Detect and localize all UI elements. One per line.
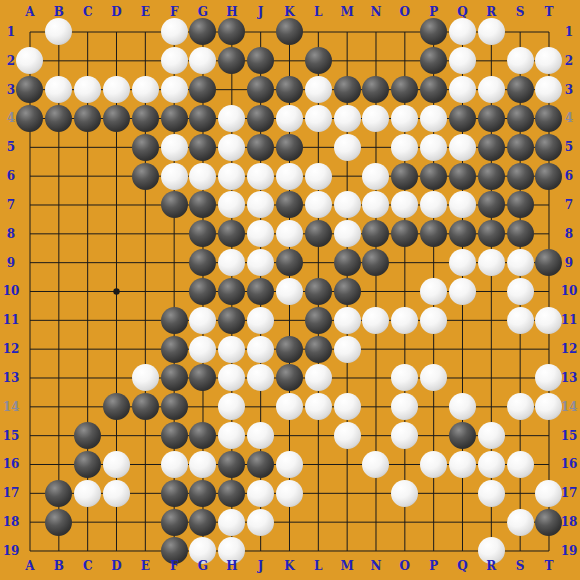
intersection-O9[interactable] <box>390 248 419 277</box>
intersection-Q11[interactable] <box>448 306 477 335</box>
intersection-B18[interactable] <box>44 508 73 537</box>
intersection-P15[interactable] <box>419 421 448 450</box>
intersection-F6[interactable] <box>160 162 189 191</box>
intersection-S18[interactable] <box>506 508 535 537</box>
intersection-C2[interactable] <box>73 46 102 75</box>
intersection-D18[interactable] <box>102 508 131 537</box>
intersection-D12[interactable] <box>102 335 131 364</box>
intersection-H1[interactable] <box>217 18 246 47</box>
intersection-T7[interactable] <box>534 191 563 220</box>
intersection-K18[interactable] <box>275 508 304 537</box>
intersection-D5[interactable] <box>102 133 131 162</box>
intersection-F3[interactable] <box>160 75 189 104</box>
intersection-O5[interactable] <box>390 133 419 162</box>
intersection-P10[interactable] <box>419 277 448 306</box>
go-board-grid[interactable] <box>16 18 564 566</box>
intersection-R14[interactable] <box>477 392 506 421</box>
intersection-J8[interactable] <box>246 219 275 248</box>
intersection-B10[interactable] <box>44 277 73 306</box>
intersection-K5[interactable] <box>275 133 304 162</box>
intersection-L2[interactable] <box>304 46 333 75</box>
intersection-T4[interactable] <box>534 104 563 133</box>
intersection-S10[interactable] <box>506 277 535 306</box>
intersection-D13[interactable] <box>102 364 131 393</box>
intersection-M10[interactable] <box>333 277 362 306</box>
intersection-J1[interactable] <box>246 18 275 47</box>
intersection-K3[interactable] <box>275 75 304 104</box>
intersection-J4[interactable] <box>246 104 275 133</box>
intersection-S17[interactable] <box>506 479 535 508</box>
intersection-H8[interactable] <box>217 219 246 248</box>
intersection-L11[interactable] <box>304 306 333 335</box>
intersection-E11[interactable] <box>131 306 160 335</box>
intersection-Q15[interactable] <box>448 421 477 450</box>
intersection-F2[interactable] <box>160 46 189 75</box>
intersection-J12[interactable] <box>246 335 275 364</box>
intersection-E18[interactable] <box>131 508 160 537</box>
intersection-L6[interactable] <box>304 162 333 191</box>
intersection-F17[interactable] <box>160 479 189 508</box>
intersection-M12[interactable] <box>333 335 362 364</box>
intersection-C13[interactable] <box>73 364 102 393</box>
intersection-R8[interactable] <box>477 219 506 248</box>
intersection-R4[interactable] <box>477 104 506 133</box>
intersection-R1[interactable] <box>477 18 506 47</box>
intersection-L14[interactable] <box>304 392 333 421</box>
intersection-K14[interactable] <box>275 392 304 421</box>
intersection-A14[interactable] <box>16 392 45 421</box>
intersection-P8[interactable] <box>419 219 448 248</box>
intersection-P5[interactable] <box>419 133 448 162</box>
intersection-M9[interactable] <box>333 248 362 277</box>
intersection-L1[interactable] <box>304 18 333 47</box>
intersection-E3[interactable] <box>131 75 160 104</box>
intersection-S13[interactable] <box>506 364 535 393</box>
intersection-F8[interactable] <box>160 219 189 248</box>
intersection-H15[interactable] <box>217 421 246 450</box>
intersection-B13[interactable] <box>44 364 73 393</box>
intersection-O18[interactable] <box>390 508 419 537</box>
intersection-A18[interactable] <box>16 508 45 537</box>
intersection-B11[interactable] <box>44 306 73 335</box>
intersection-N6[interactable] <box>362 162 391 191</box>
intersection-R10[interactable] <box>477 277 506 306</box>
intersection-J18[interactable] <box>246 508 275 537</box>
intersection-B6[interactable] <box>44 162 73 191</box>
intersection-G7[interactable] <box>189 191 218 220</box>
intersection-N8[interactable] <box>362 219 391 248</box>
intersection-P12[interactable] <box>419 335 448 364</box>
intersection-B8[interactable] <box>44 219 73 248</box>
intersection-G9[interactable] <box>189 248 218 277</box>
intersection-Q14[interactable] <box>448 392 477 421</box>
intersection-A17[interactable] <box>16 479 45 508</box>
intersection-T17[interactable] <box>534 479 563 508</box>
intersection-P4[interactable] <box>419 104 448 133</box>
intersection-J14[interactable] <box>246 392 275 421</box>
intersection-O3[interactable] <box>390 75 419 104</box>
intersection-H6[interactable] <box>217 162 246 191</box>
intersection-J3[interactable] <box>246 75 275 104</box>
intersection-O1[interactable] <box>390 18 419 47</box>
intersection-D1[interactable] <box>102 18 131 47</box>
intersection-P14[interactable] <box>419 392 448 421</box>
intersection-M3[interactable] <box>333 75 362 104</box>
intersection-N4[interactable] <box>362 104 391 133</box>
intersection-L17[interactable] <box>304 479 333 508</box>
intersection-M17[interactable] <box>333 479 362 508</box>
intersection-N7[interactable] <box>362 191 391 220</box>
intersection-J11[interactable] <box>246 306 275 335</box>
intersection-F1[interactable] <box>160 18 189 47</box>
intersection-J2[interactable] <box>246 46 275 75</box>
intersection-D11[interactable] <box>102 306 131 335</box>
intersection-N13[interactable] <box>362 364 391 393</box>
intersection-E8[interactable] <box>131 219 160 248</box>
intersection-R15[interactable] <box>477 421 506 450</box>
intersection-Q9[interactable] <box>448 248 477 277</box>
intersection-H5[interactable] <box>217 133 246 162</box>
intersection-D6[interactable] <box>102 162 131 191</box>
intersection-K2[interactable] <box>275 46 304 75</box>
intersection-T8[interactable] <box>534 219 563 248</box>
intersection-C15[interactable] <box>73 421 102 450</box>
intersection-O10[interactable] <box>390 277 419 306</box>
intersection-G1[interactable] <box>189 18 218 47</box>
intersection-N12[interactable] <box>362 335 391 364</box>
intersection-D7[interactable] <box>102 191 131 220</box>
intersection-T5[interactable] <box>534 133 563 162</box>
intersection-A7[interactable] <box>16 191 45 220</box>
intersection-C9[interactable] <box>73 248 102 277</box>
intersection-C5[interactable] <box>73 133 102 162</box>
intersection-S4[interactable] <box>506 104 535 133</box>
intersection-F10[interactable] <box>160 277 189 306</box>
intersection-T12[interactable] <box>534 335 563 364</box>
intersection-C16[interactable] <box>73 450 102 479</box>
intersection-L13[interactable] <box>304 364 333 393</box>
intersection-G18[interactable] <box>189 508 218 537</box>
intersection-P18[interactable] <box>419 508 448 537</box>
intersection-J13[interactable] <box>246 364 275 393</box>
intersection-L4[interactable] <box>304 104 333 133</box>
intersection-D8[interactable] <box>102 219 131 248</box>
intersection-B17[interactable] <box>44 479 73 508</box>
intersection-S6[interactable] <box>506 162 535 191</box>
intersection-J15[interactable] <box>246 421 275 450</box>
intersection-C17[interactable] <box>73 479 102 508</box>
intersection-R6[interactable] <box>477 162 506 191</box>
intersection-S5[interactable] <box>506 133 535 162</box>
intersection-O8[interactable] <box>390 219 419 248</box>
intersection-R11[interactable] <box>477 306 506 335</box>
intersection-H17[interactable] <box>217 479 246 508</box>
intersection-D3[interactable] <box>102 75 131 104</box>
intersection-B16[interactable] <box>44 450 73 479</box>
intersection-M18[interactable] <box>333 508 362 537</box>
intersection-A12[interactable] <box>16 335 45 364</box>
intersection-T6[interactable] <box>534 162 563 191</box>
intersection-H14[interactable] <box>217 392 246 421</box>
intersection-R12[interactable] <box>477 335 506 364</box>
intersection-O12[interactable] <box>390 335 419 364</box>
intersection-G14[interactable] <box>189 392 218 421</box>
intersection-E6[interactable] <box>131 162 160 191</box>
intersection-S2[interactable] <box>506 46 535 75</box>
intersection-T15[interactable] <box>534 421 563 450</box>
intersection-T9[interactable] <box>534 248 563 277</box>
intersection-D14[interactable] <box>102 392 131 421</box>
intersection-E1[interactable] <box>131 18 160 47</box>
intersection-G10[interactable] <box>189 277 218 306</box>
intersection-S16[interactable] <box>506 450 535 479</box>
intersection-P17[interactable] <box>419 479 448 508</box>
intersection-L3[interactable] <box>304 75 333 104</box>
intersection-P2[interactable] <box>419 46 448 75</box>
intersection-H2[interactable] <box>217 46 246 75</box>
intersection-F15[interactable] <box>160 421 189 450</box>
intersection-C6[interactable] <box>73 162 102 191</box>
intersection-Q13[interactable] <box>448 364 477 393</box>
intersection-G8[interactable] <box>189 219 218 248</box>
intersection-Q6[interactable] <box>448 162 477 191</box>
intersection-H10[interactable] <box>217 277 246 306</box>
intersection-F13[interactable] <box>160 364 189 393</box>
intersection-N2[interactable] <box>362 46 391 75</box>
intersection-H4[interactable] <box>217 104 246 133</box>
intersection-P6[interactable] <box>419 162 448 191</box>
intersection-L10[interactable] <box>304 277 333 306</box>
intersection-A4[interactable] <box>16 104 45 133</box>
intersection-R16[interactable] <box>477 450 506 479</box>
intersection-A15[interactable] <box>16 421 45 450</box>
intersection-F9[interactable] <box>160 248 189 277</box>
intersection-D16[interactable] <box>102 450 131 479</box>
intersection-D2[interactable] <box>102 46 131 75</box>
intersection-L16[interactable] <box>304 450 333 479</box>
intersection-B12[interactable] <box>44 335 73 364</box>
intersection-C18[interactable] <box>73 508 102 537</box>
intersection-H7[interactable] <box>217 191 246 220</box>
intersection-S14[interactable] <box>506 392 535 421</box>
intersection-G2[interactable] <box>189 46 218 75</box>
intersection-G4[interactable] <box>189 104 218 133</box>
intersection-N14[interactable] <box>362 392 391 421</box>
intersection-F14[interactable] <box>160 392 189 421</box>
intersection-G13[interactable] <box>189 364 218 393</box>
intersection-Q7[interactable] <box>448 191 477 220</box>
intersection-Q16[interactable] <box>448 450 477 479</box>
intersection-J9[interactable] <box>246 248 275 277</box>
intersection-Q4[interactable] <box>448 104 477 133</box>
intersection-N11[interactable] <box>362 306 391 335</box>
intersection-T3[interactable] <box>534 75 563 104</box>
intersection-H13[interactable] <box>217 364 246 393</box>
intersection-L9[interactable] <box>304 248 333 277</box>
intersection-O13[interactable] <box>390 364 419 393</box>
intersection-R5[interactable] <box>477 133 506 162</box>
intersection-E14[interactable] <box>131 392 160 421</box>
intersection-K15[interactable] <box>275 421 304 450</box>
intersection-H3[interactable] <box>217 75 246 104</box>
intersection-D15[interactable] <box>102 421 131 450</box>
intersection-E10[interactable] <box>131 277 160 306</box>
intersection-B3[interactable] <box>44 75 73 104</box>
intersection-M5[interactable] <box>333 133 362 162</box>
intersection-G12[interactable] <box>189 335 218 364</box>
intersection-R13[interactable] <box>477 364 506 393</box>
intersection-P9[interactable] <box>419 248 448 277</box>
intersection-Q1[interactable] <box>448 18 477 47</box>
intersection-K4[interactable] <box>275 104 304 133</box>
intersection-J16[interactable] <box>246 450 275 479</box>
intersection-G15[interactable] <box>189 421 218 450</box>
intersection-K7[interactable] <box>275 191 304 220</box>
intersection-T18[interactable] <box>534 508 563 537</box>
intersection-R17[interactable] <box>477 479 506 508</box>
intersection-O2[interactable] <box>390 46 419 75</box>
intersection-D4[interactable] <box>102 104 131 133</box>
intersection-S7[interactable] <box>506 191 535 220</box>
intersection-F11[interactable] <box>160 306 189 335</box>
intersection-J5[interactable] <box>246 133 275 162</box>
intersection-F18[interactable] <box>160 508 189 537</box>
intersection-K17[interactable] <box>275 479 304 508</box>
intersection-K10[interactable] <box>275 277 304 306</box>
intersection-N10[interactable] <box>362 277 391 306</box>
intersection-G3[interactable] <box>189 75 218 104</box>
intersection-M4[interactable] <box>333 104 362 133</box>
intersection-B4[interactable] <box>44 104 73 133</box>
intersection-G17[interactable] <box>189 479 218 508</box>
intersection-C4[interactable] <box>73 104 102 133</box>
intersection-N9[interactable] <box>362 248 391 277</box>
intersection-N16[interactable] <box>362 450 391 479</box>
intersection-O16[interactable] <box>390 450 419 479</box>
intersection-O15[interactable] <box>390 421 419 450</box>
intersection-M7[interactable] <box>333 191 362 220</box>
intersection-F16[interactable] <box>160 450 189 479</box>
intersection-R18[interactable] <box>477 508 506 537</box>
intersection-C3[interactable] <box>73 75 102 104</box>
intersection-R3[interactable] <box>477 75 506 104</box>
intersection-A13[interactable] <box>16 364 45 393</box>
intersection-E13[interactable] <box>131 364 160 393</box>
intersection-J7[interactable] <box>246 191 275 220</box>
intersection-O14[interactable] <box>390 392 419 421</box>
intersection-P16[interactable] <box>419 450 448 479</box>
intersection-N18[interactable] <box>362 508 391 537</box>
intersection-J17[interactable] <box>246 479 275 508</box>
intersection-Q5[interactable] <box>448 133 477 162</box>
intersection-Q2[interactable] <box>448 46 477 75</box>
intersection-L7[interactable] <box>304 191 333 220</box>
intersection-B14[interactable] <box>44 392 73 421</box>
intersection-T13[interactable] <box>534 364 563 393</box>
intersection-L15[interactable] <box>304 421 333 450</box>
intersection-J6[interactable] <box>246 162 275 191</box>
intersection-L8[interactable] <box>304 219 333 248</box>
intersection-C1[interactable] <box>73 18 102 47</box>
intersection-M15[interactable] <box>333 421 362 450</box>
intersection-Q12[interactable] <box>448 335 477 364</box>
intersection-E16[interactable] <box>131 450 160 479</box>
intersection-S12[interactable] <box>506 335 535 364</box>
intersection-O4[interactable] <box>390 104 419 133</box>
intersection-C8[interactable] <box>73 219 102 248</box>
intersection-E12[interactable] <box>131 335 160 364</box>
intersection-C10[interactable] <box>73 277 102 306</box>
intersection-S9[interactable] <box>506 248 535 277</box>
intersection-R9[interactable] <box>477 248 506 277</box>
intersection-Q8[interactable] <box>448 219 477 248</box>
intersection-N5[interactable] <box>362 133 391 162</box>
intersection-O7[interactable] <box>390 191 419 220</box>
intersection-H11[interactable] <box>217 306 246 335</box>
intersection-M16[interactable] <box>333 450 362 479</box>
intersection-R2[interactable] <box>477 46 506 75</box>
intersection-K9[interactable] <box>275 248 304 277</box>
intersection-C11[interactable] <box>73 306 102 335</box>
intersection-O17[interactable] <box>390 479 419 508</box>
intersection-K6[interactable] <box>275 162 304 191</box>
intersection-D9[interactable] <box>102 248 131 277</box>
intersection-G16[interactable] <box>189 450 218 479</box>
intersection-S11[interactable] <box>506 306 535 335</box>
intersection-O6[interactable] <box>390 162 419 191</box>
intersection-B15[interactable] <box>44 421 73 450</box>
intersection-M13[interactable] <box>333 364 362 393</box>
intersection-B2[interactable] <box>44 46 73 75</box>
intersection-P13[interactable] <box>419 364 448 393</box>
intersection-A6[interactable] <box>16 162 45 191</box>
intersection-H9[interactable] <box>217 248 246 277</box>
intersection-R7[interactable] <box>477 191 506 220</box>
intersection-Q10[interactable] <box>448 277 477 306</box>
intersection-H12[interactable] <box>217 335 246 364</box>
intersection-C7[interactable] <box>73 191 102 220</box>
intersection-A3[interactable] <box>16 75 45 104</box>
intersection-J10[interactable] <box>246 277 275 306</box>
intersection-E17[interactable] <box>131 479 160 508</box>
intersection-T14[interactable] <box>534 392 563 421</box>
intersection-L12[interactable] <box>304 335 333 364</box>
intersection-Q17[interactable] <box>448 479 477 508</box>
intersection-S3[interactable] <box>506 75 535 104</box>
intersection-E4[interactable] <box>131 104 160 133</box>
intersection-A16[interactable] <box>16 450 45 479</box>
intersection-M8[interactable] <box>333 219 362 248</box>
intersection-T11[interactable] <box>534 306 563 335</box>
intersection-H16[interactable] <box>217 450 246 479</box>
intersection-A11[interactable] <box>16 306 45 335</box>
intersection-E9[interactable] <box>131 248 160 277</box>
intersection-E5[interactable] <box>131 133 160 162</box>
intersection-A1[interactable] <box>16 18 45 47</box>
intersection-K1[interactable] <box>275 18 304 47</box>
intersection-G6[interactable] <box>189 162 218 191</box>
intersection-K13[interactable] <box>275 364 304 393</box>
intersection-F5[interactable] <box>160 133 189 162</box>
intersection-G11[interactable] <box>189 306 218 335</box>
intersection-B1[interactable] <box>44 18 73 47</box>
intersection-F4[interactable] <box>160 104 189 133</box>
intersection-B5[interactable] <box>44 133 73 162</box>
intersection-A8[interactable] <box>16 219 45 248</box>
intersection-S1[interactable] <box>506 18 535 47</box>
intersection-E2[interactable] <box>131 46 160 75</box>
intersection-A5[interactable] <box>16 133 45 162</box>
